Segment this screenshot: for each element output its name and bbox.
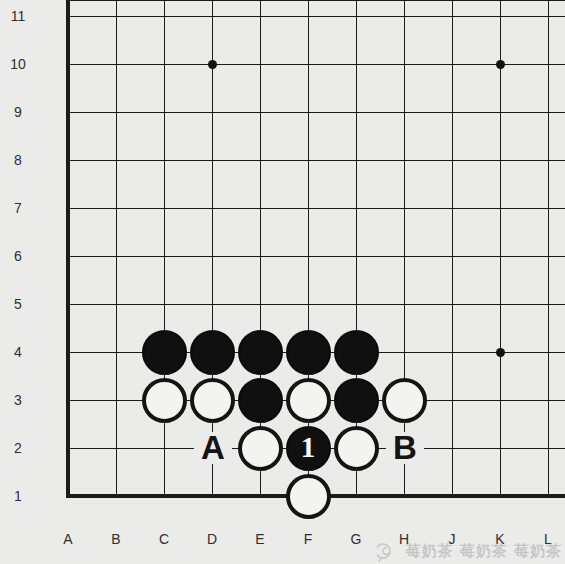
- row-label-2: 2: [4, 441, 32, 455]
- stone-black-E4[interactable]: [238, 330, 283, 375]
- column-label-G: G: [342, 532, 370, 546]
- star-point-K4: [496, 348, 505, 357]
- grid-line-vertical-E: [260, 0, 261, 498]
- grid-line-horizontal-11: [66, 16, 565, 17]
- row-label-5: 5: [4, 297, 32, 311]
- go-problem-diagram: 1AB 1234567891011 ABCDEFGHJKL 莓奶茶 莓奶茶 莓奶…: [0, 0, 565, 564]
- stone-black-F2[interactable]: 1: [286, 426, 331, 471]
- column-label-F: F: [294, 532, 322, 546]
- grid-line-horizontal-top-edge: [66, 0, 565, 1]
- stone-white-F3[interactable]: [286, 378, 331, 423]
- star-point-K10: [496, 60, 505, 69]
- column-label-B: B: [102, 532, 130, 546]
- watermark-text: 莓奶茶 莓奶茶 莓奶茶: [406, 542, 562, 561]
- grid-line-vertical-D: [212, 0, 213, 498]
- grid-line-horizontal-5: [66, 304, 565, 305]
- stone-black-E3[interactable]: [238, 378, 283, 423]
- stone-white-H3[interactable]: [382, 378, 427, 423]
- stone-white-E2[interactable]: [238, 426, 283, 471]
- stone-black-C4[interactable]: [142, 330, 187, 375]
- watermark-logo-icon: [377, 541, 401, 562]
- row-label-1: 1: [4, 489, 32, 503]
- column-label-E: E: [246, 532, 274, 546]
- grid-line-horizontal-10: [66, 64, 565, 65]
- stone-white-D3[interactable]: [190, 378, 235, 423]
- grid-line-vertical-C: [164, 0, 165, 498]
- grid-line-horizontal-7: [66, 208, 565, 209]
- row-label-10: 10: [4, 57, 32, 71]
- grid-line-vertical-L: [548, 0, 549, 498]
- row-label-4: 4: [4, 345, 32, 359]
- grid-line-vertical-A: [66, 0, 70, 498]
- row-label-3: 3: [4, 393, 32, 407]
- move-number-label: 1: [301, 433, 316, 464]
- grid-line-vertical-J: [452, 0, 453, 498]
- stone-black-F4[interactable]: [286, 330, 331, 375]
- stone-black-G4[interactable]: [334, 330, 379, 375]
- row-label-6: 6: [4, 249, 32, 263]
- point-label-B[interactable]: B: [386, 432, 424, 464]
- grid-line-horizontal-9: [66, 112, 565, 113]
- column-label-A: A: [54, 532, 82, 546]
- point-label-A[interactable]: A: [194, 432, 232, 464]
- column-label-D: D: [198, 532, 226, 546]
- grid-line-vertical-H: [404, 0, 405, 498]
- grid-line-vertical-F: [308, 0, 309, 498]
- stone-black-D4[interactable]: [190, 330, 235, 375]
- column-label-C: C: [150, 532, 178, 546]
- row-label-8: 8: [4, 153, 32, 167]
- grid-line-vertical-G: [356, 0, 357, 498]
- row-label-7: 7: [4, 201, 32, 215]
- watermark: 莓奶茶 莓奶茶 莓奶茶: [377, 541, 562, 562]
- stone-white-G2[interactable]: [334, 426, 379, 471]
- row-label-11: 11: [4, 9, 32, 23]
- grid-line-vertical-K: [500, 0, 501, 498]
- stone-black-G3[interactable]: [334, 378, 379, 423]
- star-point-D10: [208, 60, 217, 69]
- grid-line-horizontal-8: [66, 160, 565, 161]
- grid-line-horizontal-6: [66, 256, 565, 257]
- row-label-9: 9: [4, 105, 32, 119]
- stone-white-F1[interactable]: [286, 474, 331, 519]
- stone-white-C3[interactable]: [142, 378, 187, 423]
- grid-line-vertical-B: [116, 0, 117, 498]
